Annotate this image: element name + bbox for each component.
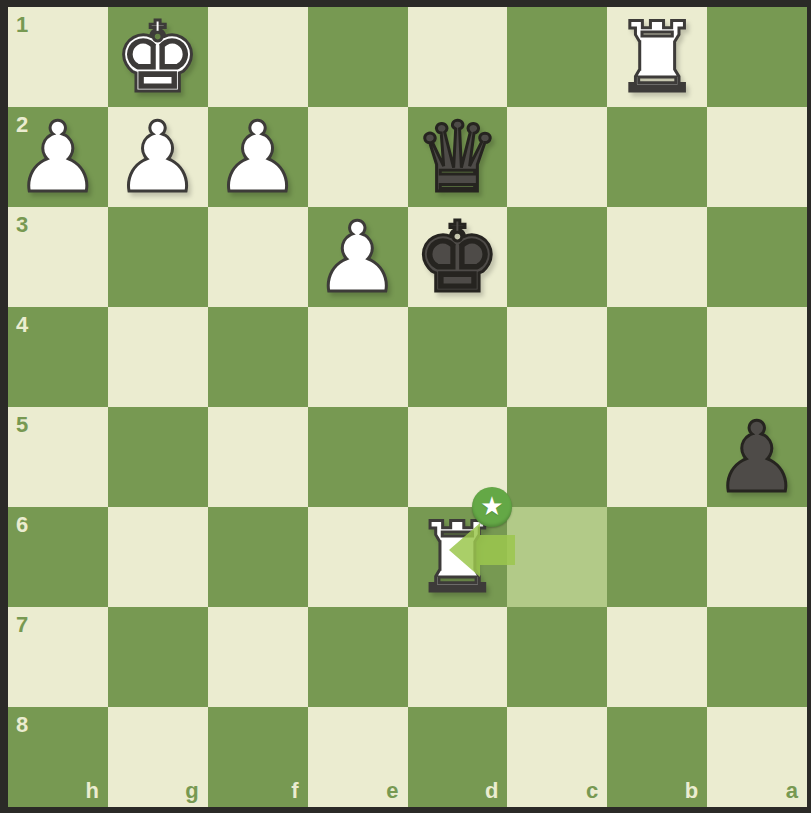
square-b1[interactable]: ♜ (607, 7, 707, 107)
white-rook[interactable]: ♜ (607, 7, 707, 107)
file-label-f: f (291, 780, 298, 802)
file-label-d: d (485, 780, 498, 802)
square-a7[interactable] (707, 607, 807, 707)
square-f5[interactable] (208, 407, 308, 507)
square-b4[interactable] (607, 307, 707, 407)
square-b5[interactable] (607, 407, 707, 507)
square-d3[interactable]: ♚ (408, 207, 508, 307)
square-c5[interactable] (507, 407, 607, 507)
square-h3[interactable]: 3 (8, 207, 108, 307)
square-e8[interactable]: e (308, 707, 408, 807)
square-c4[interactable] (507, 307, 607, 407)
file-label-h: h (85, 780, 98, 802)
square-d2[interactable]: ♛ (408, 107, 508, 207)
white-pawn[interactable]: ♟ (108, 107, 208, 207)
square-g5[interactable] (108, 407, 208, 507)
square-g3[interactable] (108, 207, 208, 307)
square-a2[interactable] (707, 107, 807, 207)
square-g8[interactable]: g (108, 707, 208, 807)
square-c7[interactable] (507, 607, 607, 707)
square-e1[interactable] (308, 7, 408, 107)
square-g7[interactable] (108, 607, 208, 707)
rank-label-1: 1 (16, 14, 28, 36)
square-e3[interactable]: ♟ (308, 207, 408, 307)
square-g2[interactable]: ♟ (108, 107, 208, 207)
square-g6[interactable] (108, 507, 208, 607)
chess-board: 1♚♜2♟♟♟♛3♟♚45♟6♜78hgfedcba (8, 7, 807, 807)
square-c2[interactable] (507, 107, 607, 207)
square-a5[interactable]: ♟ (707, 407, 807, 507)
square-h8[interactable]: 8h (8, 707, 108, 807)
file-label-a: a (786, 780, 798, 802)
square-h5[interactable]: 5 (8, 407, 108, 507)
square-c1[interactable] (507, 7, 607, 107)
rank-label-5: 5 (16, 414, 28, 436)
square-b7[interactable] (607, 607, 707, 707)
square-f1[interactable] (208, 7, 308, 107)
square-d1[interactable] (408, 7, 508, 107)
square-b8[interactable]: b (607, 707, 707, 807)
file-label-g: g (185, 780, 198, 802)
square-e5[interactable] (308, 407, 408, 507)
square-a1[interactable] (707, 7, 807, 107)
rank-label-4: 4 (16, 314, 28, 336)
square-a3[interactable] (707, 207, 807, 307)
square-h2[interactable]: 2♟ (8, 107, 108, 207)
white-king[interactable]: ♚ (108, 7, 208, 107)
white-pawn[interactable]: ♟ (8, 107, 108, 207)
white-pawn[interactable]: ♟ (208, 107, 308, 207)
square-d8[interactable]: d (408, 707, 508, 807)
square-d4[interactable] (408, 307, 508, 407)
square-a8[interactable]: a (707, 707, 807, 807)
square-g1[interactable]: ♚ (108, 7, 208, 107)
square-f4[interactable] (208, 307, 308, 407)
square-f7[interactable] (208, 607, 308, 707)
square-h6[interactable]: 6 (8, 507, 108, 607)
rank-label-7: 7 (16, 614, 28, 636)
square-c3[interactable] (507, 207, 607, 307)
black-king[interactable]: ♚ (408, 207, 508, 307)
file-label-c: c (586, 780, 598, 802)
square-f3[interactable] (208, 207, 308, 307)
star-icon: ★ (480, 493, 503, 519)
rank-label-8: 8 (16, 714, 28, 736)
square-e4[interactable] (308, 307, 408, 407)
square-c8[interactable]: c (507, 707, 607, 807)
square-b3[interactable] (607, 207, 707, 307)
black-queen[interactable]: ♛ (408, 107, 508, 207)
square-f2[interactable]: ♟ (208, 107, 308, 207)
square-h7[interactable]: 7 (8, 607, 108, 707)
rank-label-3: 3 (16, 214, 28, 236)
square-b2[interactable] (607, 107, 707, 207)
rank-label-6: 6 (16, 514, 28, 536)
file-label-b: b (685, 780, 698, 802)
file-label-e: e (386, 780, 398, 802)
best-move-star-badge: ★ (472, 487, 512, 527)
square-f8[interactable]: f (208, 707, 308, 807)
square-c6[interactable] (507, 507, 607, 607)
move-from-highlight (507, 507, 607, 607)
square-h4[interactable]: 4 (8, 307, 108, 407)
square-e7[interactable] (308, 607, 408, 707)
square-a4[interactable] (707, 307, 807, 407)
square-e2[interactable] (308, 107, 408, 207)
square-b6[interactable] (607, 507, 707, 607)
square-g4[interactable] (108, 307, 208, 407)
square-f6[interactable] (208, 507, 308, 607)
white-pawn[interactable]: ♟ (308, 207, 408, 307)
square-a6[interactable] (707, 507, 807, 607)
square-e6[interactable] (308, 507, 408, 607)
square-h1[interactable]: 1 (8, 7, 108, 107)
black-pawn[interactable]: ♟ (707, 407, 807, 507)
square-d7[interactable] (408, 607, 508, 707)
board-frame: 1♚♜2♟♟♟♛3♟♚45♟6♜78hgfedcba ★ (0, 0, 811, 813)
